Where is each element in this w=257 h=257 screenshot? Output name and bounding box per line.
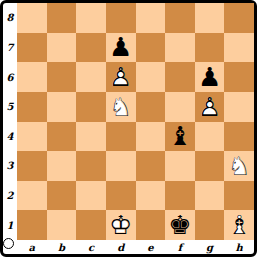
- square-e2[interactable]: [136, 181, 166, 211]
- white-pawn[interactable]: ♟♙: [195, 92, 225, 122]
- file-label-d: d: [106, 240, 136, 254]
- square-c1[interactable]: [76, 210, 106, 240]
- square-h3[interactable]: ♞♘: [224, 151, 254, 181]
- file-label-e: e: [136, 240, 166, 254]
- square-a3[interactable]: [17, 151, 47, 181]
- rank-label-6: 6: [3, 62, 17, 92]
- square-h7[interactable]: [224, 33, 254, 63]
- white-bishop-outline-glyph: ♗: [228, 212, 251, 238]
- square-e5[interactable]: [136, 92, 166, 122]
- square-f1[interactable]: ♚: [165, 210, 195, 240]
- square-b2[interactable]: [47, 181, 77, 211]
- square-e7[interactable]: [136, 33, 166, 63]
- square-c7[interactable]: [76, 33, 106, 63]
- white-knight[interactable]: ♞♘: [106, 92, 136, 122]
- square-a5[interactable]: [17, 92, 47, 122]
- white-knight-outline-glyph: ♘: [228, 153, 251, 179]
- file-label-h: h: [224, 240, 254, 254]
- rank-label-7: 7: [3, 33, 17, 63]
- square-g3[interactable]: [195, 151, 225, 181]
- white-pawn[interactable]: ♟♙: [106, 62, 136, 92]
- black-king[interactable]: ♚: [165, 210, 195, 240]
- square-f5[interactable]: [165, 92, 195, 122]
- white-king[interactable]: ♚♔: [106, 210, 136, 240]
- square-d7[interactable]: ♟: [106, 33, 136, 63]
- square-b4[interactable]: [47, 122, 77, 152]
- rank-label-8: 8: [3, 3, 17, 33]
- rank-labels: 87654321: [3, 3, 17, 240]
- white-pawn-outline-glyph: ♙: [109, 64, 132, 90]
- square-c4[interactable]: [76, 122, 106, 152]
- black-pawn[interactable]: ♟: [195, 62, 225, 92]
- square-f3[interactable]: [165, 151, 195, 181]
- square-c8[interactable]: [76, 3, 106, 33]
- square-c5[interactable]: [76, 92, 106, 122]
- square-e4[interactable]: [136, 122, 166, 152]
- square-b6[interactable]: [47, 62, 77, 92]
- square-b7[interactable]: [47, 33, 77, 63]
- square-g5[interactable]: ♟♙: [195, 92, 225, 122]
- square-g8[interactable]: [195, 3, 225, 33]
- square-a1[interactable]: [17, 210, 47, 240]
- file-labels: abcdefgh: [17, 240, 254, 254]
- chess-board: ♟♟♙♟♞♘♟♙♝♞♘♚♔♚♝♗: [17, 3, 254, 240]
- square-d8[interactable]: [106, 3, 136, 33]
- square-f4[interactable]: ♝: [165, 122, 195, 152]
- square-g4[interactable]: [195, 122, 225, 152]
- square-e6[interactable]: [136, 62, 166, 92]
- square-c3[interactable]: [76, 151, 106, 181]
- square-d4[interactable]: [106, 122, 136, 152]
- square-a4[interactable]: [17, 122, 47, 152]
- square-e3[interactable]: [136, 151, 166, 181]
- square-e1[interactable]: [136, 210, 166, 240]
- square-g1[interactable]: [195, 210, 225, 240]
- square-a2[interactable]: [17, 181, 47, 211]
- file-label-g: g: [195, 240, 225, 254]
- square-g2[interactable]: [195, 181, 225, 211]
- file-label-c: c: [76, 240, 106, 254]
- square-f2[interactable]: [165, 181, 195, 211]
- rank-label-3: 3: [3, 151, 17, 181]
- file-label-a: a: [17, 240, 47, 254]
- square-e8[interactable]: [136, 3, 166, 33]
- rank-label-4: 4: [3, 122, 17, 152]
- white-pawn-outline-glyph: ♙: [198, 94, 221, 120]
- square-g6[interactable]: ♟: [195, 62, 225, 92]
- square-d6[interactable]: ♟♙: [106, 62, 136, 92]
- square-d3[interactable]: [106, 151, 136, 181]
- square-d2[interactable]: [106, 181, 136, 211]
- square-h4[interactable]: [224, 122, 254, 152]
- square-f8[interactable]: [165, 3, 195, 33]
- white-knight-outline-glyph: ♘: [109, 94, 132, 120]
- square-c6[interactable]: [76, 62, 106, 92]
- chess-diagram: 87654321 ♟♟♙♟♞♘♟♙♝♞♘♚♔♚♝♗ abcdefgh: [0, 0, 257, 257]
- square-h8[interactable]: [224, 3, 254, 33]
- square-a7[interactable]: [17, 33, 47, 63]
- square-b3[interactable]: [47, 151, 77, 181]
- black-bishop[interactable]: ♝: [165, 122, 195, 152]
- square-b1[interactable]: [47, 210, 77, 240]
- square-g7[interactable]: [195, 33, 225, 63]
- black-pawn[interactable]: ♟: [106, 33, 136, 63]
- square-d5[interactable]: ♞♘: [106, 92, 136, 122]
- square-f6[interactable]: [165, 62, 195, 92]
- white-knight[interactable]: ♞♘: [224, 151, 254, 181]
- rank-label-1: 1: [3, 210, 17, 240]
- square-f7[interactable]: [165, 33, 195, 63]
- square-b8[interactable]: [47, 3, 77, 33]
- square-d1[interactable]: ♚♔: [106, 210, 136, 240]
- square-a6[interactable]: [17, 62, 47, 92]
- white-king-outline-glyph: ♔: [109, 212, 132, 238]
- square-h1[interactable]: ♝♗: [224, 210, 254, 240]
- side-to-move-indicator: [3, 238, 14, 249]
- white-bishop[interactable]: ♝♗: [224, 210, 254, 240]
- rank-label-2: 2: [3, 181, 17, 211]
- square-b5[interactable]: [47, 92, 77, 122]
- square-h6[interactable]: [224, 62, 254, 92]
- rank-label-5: 5: [3, 92, 17, 122]
- square-c2[interactable]: [76, 181, 106, 211]
- file-label-b: b: [47, 240, 77, 254]
- square-h5[interactable]: [224, 92, 254, 122]
- file-label-f: f: [165, 240, 195, 254]
- square-h2[interactable]: [224, 181, 254, 211]
- square-a8[interactable]: [17, 3, 47, 33]
